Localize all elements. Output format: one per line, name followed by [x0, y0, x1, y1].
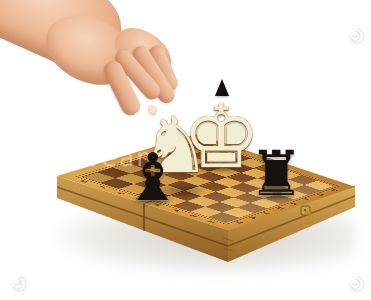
black-rook[interactable]: ♜	[249, 143, 305, 205]
chess-scene: ABCDEFGH 12345678 dreamstime ♝♞♚♜	[0, 0, 371, 300]
king-finial	[215, 79, 229, 96]
black-bishop[interactable]: ♝	[123, 145, 182, 211]
